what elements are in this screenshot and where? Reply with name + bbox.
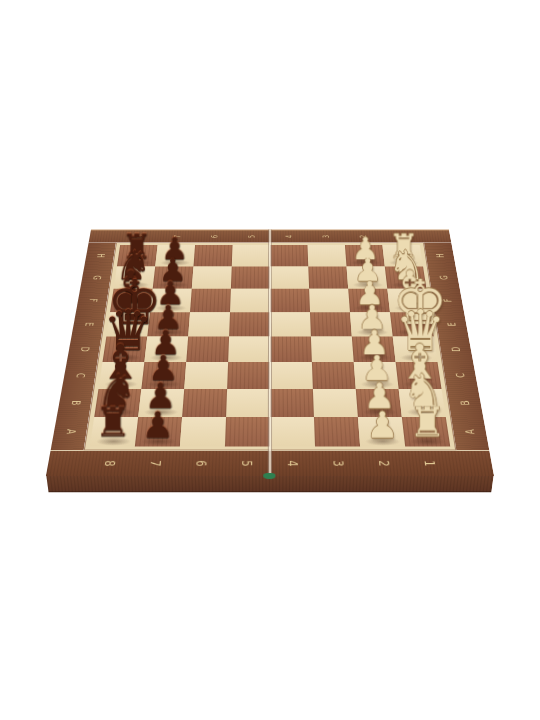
square-a8[interactable]: ♜ — [90, 417, 138, 447]
square-g5[interactable] — [231, 266, 270, 288]
square-b6[interactable] — [182, 389, 227, 417]
square-f5[interactable] — [230, 289, 270, 312]
piece-black-pawn[interactable]: ♟ — [135, 407, 180, 443]
square-f4[interactable] — [270, 289, 310, 312]
square-e3[interactable] — [310, 312, 352, 336]
square-b3[interactable] — [313, 389, 358, 417]
rank-label-top-7: 7 — [172, 226, 183, 247]
file-label-right-g: G — [423, 269, 464, 285]
square-d5[interactable] — [228, 337, 270, 363]
rank-label-top-5: 5 — [247, 226, 256, 247]
piece-white-pawn[interactable]: ♟ — [360, 407, 405, 443]
square-h3[interactable] — [307, 245, 346, 266]
file-label-left-h: H — [80, 248, 121, 264]
square-h4[interactable] — [270, 245, 308, 266]
square-a2[interactable]: ♟ — [358, 417, 405, 447]
square-a4[interactable] — [270, 417, 315, 447]
rank-label-top-6: 6 — [209, 226, 219, 247]
rank-label-top-4: 4 — [284, 226, 293, 247]
square-h6[interactable] — [193, 245, 232, 266]
square-e5[interactable] — [229, 312, 270, 336]
square-g3[interactable] — [308, 266, 348, 288]
square-g6[interactable] — [192, 266, 232, 288]
file-label-left-g: G — [76, 269, 117, 285]
square-a7[interactable]: ♟ — [135, 417, 182, 447]
square-c6[interactable] — [184, 362, 228, 389]
chess-board: 87654321 HGFEDCBA ♜♟♟♜♞♟♟♞♝♟♟♝♚♟♟♚♛♟♟♛♝♟… — [46, 229, 494, 476]
fold-seam — [268, 229, 273, 476]
square-d6[interactable] — [186, 337, 229, 363]
square-f6[interactable] — [190, 289, 231, 312]
square-b4[interactable] — [270, 389, 314, 417]
square-c5[interactable] — [227, 362, 270, 389]
square-d3[interactable] — [311, 337, 354, 363]
piece-black-rook[interactable]: ♜ — [90, 402, 135, 443]
square-b5[interactable] — [226, 389, 270, 417]
square-g4[interactable] — [270, 266, 309, 288]
square-c4[interactable] — [270, 362, 313, 389]
square-a6[interactable] — [180, 417, 226, 447]
square-a3[interactable] — [314, 417, 360, 447]
square-a5[interactable] — [225, 417, 270, 447]
square-e6[interactable] — [188, 312, 230, 336]
square-e4[interactable] — [270, 312, 311, 336]
rank-label-top-3: 3 — [321, 226, 331, 247]
square-c3[interactable] — [312, 362, 356, 389]
square-h5[interactable] — [232, 245, 270, 266]
square-f3[interactable] — [309, 289, 350, 312]
rank-label-top-2: 2 — [357, 226, 368, 247]
square-d4[interactable] — [270, 337, 312, 363]
piece-white-rook[interactable]: ♜ — [405, 402, 450, 443]
file-label-right-h: H — [420, 248, 461, 264]
square-a1[interactable]: ♜ — [402, 417, 450, 447]
product-photo-scene: 87654321 HGFEDCBA ♜♟♟♜♞♟♟♞♝♟♟♝♚♟♟♚♛♟♟♛♝♟… — [0, 0, 540, 720]
